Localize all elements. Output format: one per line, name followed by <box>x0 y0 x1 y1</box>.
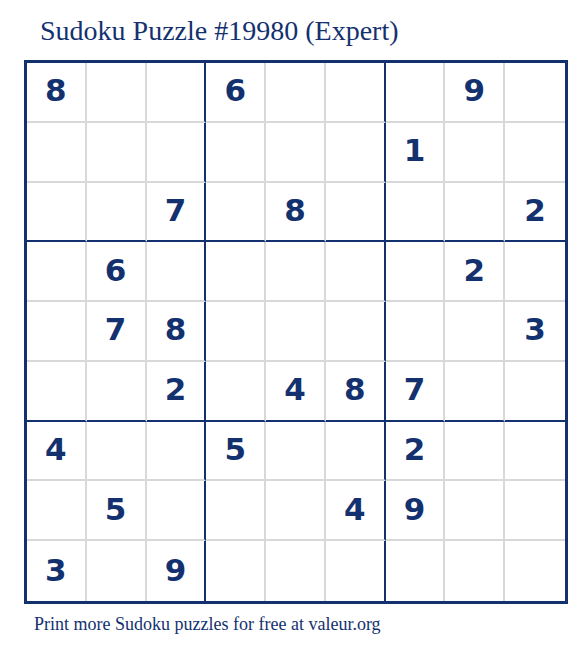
cell-r9c2 <box>87 541 147 601</box>
given-digit-r4c8: 2 <box>445 242 505 302</box>
cell-r7c9 <box>505 422 565 482</box>
cell-r1c2 <box>87 63 147 123</box>
sudoku-board: 869178262783248745254939 <box>24 60 568 604</box>
cell-r3c8 <box>445 183 505 243</box>
cell-r3c2 <box>87 183 147 243</box>
cell-r5c8 <box>445 302 505 362</box>
cell-r7c3 <box>147 422 207 482</box>
given-digit-r2c7: 1 <box>386 123 446 183</box>
cell-r6c2 <box>87 362 147 422</box>
given-digit-r5c3: 8 <box>147 302 207 362</box>
given-digit-r6c6: 8 <box>326 362 386 422</box>
cell-r6c9 <box>505 362 565 422</box>
given-digit-r7c1: 4 <box>27 422 87 482</box>
given-digit-r3c5: 8 <box>266 183 326 243</box>
cell-r4c4 <box>206 242 266 302</box>
cell-r9c4 <box>206 541 266 601</box>
cell-r2c9 <box>505 123 565 183</box>
cell-r4c6 <box>326 242 386 302</box>
given-digit-r4c2: 6 <box>87 242 147 302</box>
cell-r2c3 <box>147 123 207 183</box>
cell-r1c5 <box>266 63 326 123</box>
cell-r7c5 <box>266 422 326 482</box>
given-digit-r8c2: 5 <box>87 481 147 541</box>
given-digit-r1c8: 9 <box>445 63 505 123</box>
given-digit-r8c7: 9 <box>386 481 446 541</box>
cell-r3c1 <box>27 183 87 243</box>
cell-r5c7 <box>386 302 446 362</box>
cell-r8c4 <box>206 481 266 541</box>
cell-r2c8 <box>445 123 505 183</box>
cell-r6c4 <box>206 362 266 422</box>
cell-r1c3 <box>147 63 207 123</box>
cell-r2c2 <box>87 123 147 183</box>
cell-r2c6 <box>326 123 386 183</box>
given-digit-r6c7: 7 <box>386 362 446 422</box>
cell-r5c6 <box>326 302 386 362</box>
given-digit-r8c6: 4 <box>326 481 386 541</box>
cell-r8c9 <box>505 481 565 541</box>
cell-r5c1 <box>27 302 87 362</box>
cell-r4c5 <box>266 242 326 302</box>
cell-r3c6 <box>326 183 386 243</box>
cell-r2c5 <box>266 123 326 183</box>
cell-r1c9 <box>505 63 565 123</box>
page-title: Sudoku Puzzle #19980 (Expert) <box>40 15 399 47</box>
page: Sudoku Puzzle #19980 (Expert) 8691782627… <box>0 0 580 651</box>
given-digit-r1c4: 6 <box>206 63 266 123</box>
cell-r9c8 <box>445 541 505 601</box>
cell-r3c7 <box>386 183 446 243</box>
given-digit-r6c5: 4 <box>266 362 326 422</box>
cell-r8c5 <box>266 481 326 541</box>
cell-r9c5 <box>266 541 326 601</box>
cell-r8c1 <box>27 481 87 541</box>
cell-r8c3 <box>147 481 207 541</box>
cell-r5c5 <box>266 302 326 362</box>
footer-text: Print more Sudoku puzzles for free at va… <box>34 612 381 636</box>
cell-r6c1 <box>27 362 87 422</box>
cell-r3c4 <box>206 183 266 243</box>
cell-r2c1 <box>27 123 87 183</box>
cell-r4c3 <box>147 242 207 302</box>
cell-r4c9 <box>505 242 565 302</box>
cell-r7c6 <box>326 422 386 482</box>
cell-r9c9 <box>505 541 565 601</box>
cell-r9c7 <box>386 541 446 601</box>
cell-r8c8 <box>445 481 505 541</box>
given-digit-r1c1: 8 <box>27 63 87 123</box>
cell-r7c2 <box>87 422 147 482</box>
given-digit-r6c3: 2 <box>147 362 207 422</box>
cell-r5c4 <box>206 302 266 362</box>
cell-r6c8 <box>445 362 505 422</box>
cell-r1c6 <box>326 63 386 123</box>
given-digit-r3c9: 2 <box>505 183 565 243</box>
cell-r1c7 <box>386 63 446 123</box>
given-digit-r9c3: 9 <box>147 541 207 601</box>
given-digit-r9c1: 3 <box>27 541 87 601</box>
cell-r9c6 <box>326 541 386 601</box>
given-digit-r7c7: 2 <box>386 422 446 482</box>
given-digit-r7c4: 5 <box>206 422 266 482</box>
cell-r2c4 <box>206 123 266 183</box>
given-digit-r5c2: 7 <box>87 302 147 362</box>
given-digit-r5c9: 3 <box>505 302 565 362</box>
given-digit-r3c3: 7 <box>147 183 207 243</box>
cell-r7c8 <box>445 422 505 482</box>
cell-r4c7 <box>386 242 446 302</box>
cell-r4c1 <box>27 242 87 302</box>
